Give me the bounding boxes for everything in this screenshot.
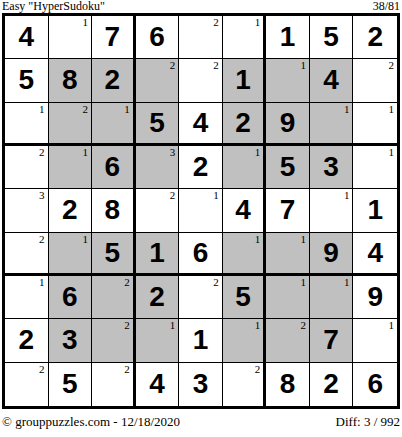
puzzle-page: Easy "HyperSudoku" 38/81 417621152582221…	[0, 0, 402, 437]
cell-r3c6: 2	[223, 103, 267, 146]
corner-hint: 1	[344, 189, 350, 202]
cell-r9c5: 3	[179, 363, 223, 406]
corner-hint: 1	[213, 189, 219, 202]
corner-hint: 2	[39, 233, 45, 246]
corner-hint: 1	[83, 16, 89, 29]
given-digit: 4	[179, 103, 222, 143]
given-digit: 2	[179, 146, 222, 188]
given-digit: 7	[92, 16, 133, 58]
corner-hint: 2	[124, 319, 130, 332]
difficulty-text: Diff: 3 / 992	[336, 414, 400, 429]
given-digit: 5	[5, 59, 48, 101]
cell-r9c8: 2	[310, 363, 354, 406]
given-digit: 6	[92, 146, 133, 188]
cell-r7c2: 6	[49, 276, 93, 319]
cell-r2c9[interactable]: 2	[353, 59, 397, 102]
cell-r4c6[interactable]: 1	[223, 146, 267, 189]
given-digit: 3	[310, 146, 353, 188]
cell-r1c7: 1	[266, 16, 310, 59]
cell-r8c4[interactable]: 1	[136, 319, 180, 362]
given-digit: 6	[179, 233, 222, 273]
cell-r1c1: 4	[5, 16, 49, 59]
cell-r8c8: 7	[310, 319, 354, 362]
cell-r3c1[interactable]: 1	[5, 103, 49, 146]
cell-r8c5: 1	[179, 319, 223, 362]
given-digit: 6	[353, 363, 397, 406]
given-digit: 2	[223, 103, 264, 143]
cell-r4c3: 6	[92, 146, 136, 189]
cell-r9c1[interactable]: 2	[5, 363, 49, 406]
corner-hint: 2	[83, 103, 89, 116]
given-digit: 5	[223, 276, 264, 318]
corner-hint: 3	[170, 146, 176, 159]
cell-r4c5: 2	[179, 146, 223, 189]
cell-r4c8: 3	[310, 146, 354, 189]
given-digit: 1	[179, 319, 222, 361]
cell-r8c7[interactable]: 2	[266, 319, 310, 362]
cell-r6c9: 4	[353, 233, 397, 276]
given-digit: 6	[136, 16, 179, 58]
cell-r7c6: 5	[223, 276, 267, 319]
corner-hint: 1	[344, 103, 350, 116]
cell-r6c3: 5	[92, 233, 136, 276]
cell-r1c6[interactable]: 1	[223, 16, 267, 59]
cell-r5c5[interactable]: 1	[179, 189, 223, 232]
copyright-text: © grouppuzzles.com - 12/18/2020	[2, 414, 180, 429]
cell-r2c3: 2	[92, 59, 136, 102]
sudoku-board: 4176211525822211421215429112163215313282…	[2, 13, 400, 409]
puzzle-title: Easy "HyperSudoku"	[2, 0, 105, 12]
cell-r6c8: 9	[310, 233, 354, 276]
cell-r2c8: 4	[310, 59, 354, 102]
given-digit: 1	[223, 59, 264, 101]
cell-r5c8[interactable]: 1	[310, 189, 354, 232]
corner-hint: 1	[255, 233, 261, 246]
given-digit: 2	[353, 16, 397, 58]
cell-r7c3[interactable]: 2	[92, 276, 136, 319]
cell-r3c7: 9	[266, 103, 310, 146]
given-digit: 5	[49, 363, 92, 406]
cell-r2c5[interactable]: 2	[179, 59, 223, 102]
cell-r7c9: 9	[353, 276, 397, 319]
cell-r1c2[interactable]: 1	[49, 16, 93, 59]
cell-r9c3[interactable]: 2	[92, 363, 136, 406]
cell-r2c1: 5	[5, 59, 49, 102]
corner-hint: 3	[39, 189, 45, 202]
cell-r8c2: 3	[49, 319, 93, 362]
given-digit: 5	[136, 103, 179, 143]
given-digit: 1	[353, 189, 397, 231]
corner-hint: 2	[300, 319, 306, 332]
page-header: Easy "HyperSudoku" 38/81	[2, 0, 400, 13]
corner-hint: 2	[213, 276, 219, 289]
cell-r3c3[interactable]: 1	[92, 103, 136, 146]
given-digit: 3	[179, 363, 222, 406]
corner-hint: 2	[39, 363, 45, 376]
cell-r6c7[interactable]: 1	[266, 233, 310, 276]
corner-hint: 2	[170, 59, 176, 72]
corner-hint: 2	[124, 363, 130, 376]
given-digit: 2	[310, 363, 353, 406]
corner-hint: 1	[255, 16, 261, 29]
cell-r3c8[interactable]: 1	[310, 103, 354, 146]
cell-r5c4[interactable]: 2	[136, 189, 180, 232]
cell-r5c3: 8	[92, 189, 136, 232]
corner-hint: 1	[344, 276, 350, 289]
corner-hint: 2	[170, 189, 176, 202]
corner-hint: 2	[389, 59, 395, 72]
cell-r1c3: 7	[92, 16, 136, 59]
corner-hint: 1	[124, 103, 130, 116]
given-digit: 4	[136, 363, 179, 406]
cell-r3c2[interactable]: 2	[49, 103, 93, 146]
corner-hint: 2	[39, 146, 45, 159]
given-digit: 5	[92, 233, 133, 273]
corner-hint: 1	[300, 59, 306, 72]
given-digit: 7	[266, 189, 309, 231]
given-digit: 5	[310, 16, 353, 58]
cell-r7c7[interactable]: 1	[266, 276, 310, 319]
given-digit: 9	[353, 276, 397, 318]
cell-r8c9[interactable]: 1	[353, 319, 397, 362]
cell-r9c6[interactable]: 2	[223, 363, 267, 406]
cell-r9c7: 8	[266, 363, 310, 406]
cell-r9c9: 6	[353, 363, 397, 406]
corner-hint: 2	[255, 363, 261, 376]
corner-hint: 2	[124, 276, 130, 289]
cell-r1c5[interactable]: 2	[179, 16, 223, 59]
cell-r1c4: 6	[136, 16, 180, 59]
cell-r2c4[interactable]: 2	[136, 59, 180, 102]
given-digit: 2	[136, 276, 179, 318]
cell-r5c2: 2	[49, 189, 93, 232]
cell-r8c6[interactable]: 1	[223, 319, 267, 362]
cell-r9c4: 4	[136, 363, 180, 406]
given-digit: 2	[49, 189, 92, 231]
cell-r2c6: 1	[223, 59, 267, 102]
given-digit: 6	[49, 276, 92, 318]
cell-r3c5: 4	[179, 103, 223, 146]
cell-r3c4: 5	[136, 103, 180, 146]
cell-r5c6: 4	[223, 189, 267, 232]
cell-r5c7: 7	[266, 189, 310, 232]
given-digit: 8	[92, 189, 133, 231]
corner-hint: 1	[39, 276, 45, 289]
cell-r3c9[interactable]: 1	[353, 103, 397, 146]
cell-r2c2: 8	[49, 59, 93, 102]
corner-hint: 2	[213, 16, 219, 29]
given-digit: 2	[5, 319, 48, 361]
corner-hint: 1	[389, 319, 395, 332]
given-digit: 8	[266, 363, 309, 406]
cell-r6c4: 1	[136, 233, 180, 276]
cell-r2c7[interactable]: 1	[266, 59, 310, 102]
given-digit: 7	[310, 319, 353, 361]
given-digit: 1	[136, 233, 179, 273]
cell-r8c3[interactable]: 2	[92, 319, 136, 362]
corner-hint: 1	[255, 146, 261, 159]
given-digit: 4	[5, 16, 48, 58]
corner-hint: 1	[39, 103, 45, 116]
corner-hint: 1	[170, 319, 176, 332]
given-digit: 9	[266, 103, 309, 143]
cell-r7c4: 2	[136, 276, 180, 319]
given-digit: 5	[266, 146, 309, 188]
cell-r6c2[interactable]: 1	[49, 233, 93, 276]
cell-r5c1[interactable]: 3	[5, 189, 49, 232]
given-digit: 1	[266, 16, 309, 58]
given-digit: 4	[223, 189, 264, 231]
cell-r9c2: 5	[49, 363, 93, 406]
given-cell-counter: 38/81	[373, 0, 400, 12]
cell-r7c1[interactable]: 1	[5, 276, 49, 319]
cell-r4c1[interactable]: 2	[5, 146, 49, 189]
cell-r6c6[interactable]: 1	[223, 233, 267, 276]
corner-hint: 1	[255, 319, 261, 332]
cell-r1c9: 2	[353, 16, 397, 59]
cell-r4c4[interactable]: 3	[136, 146, 180, 189]
given-digit: 2	[92, 59, 133, 101]
cell-r7c8[interactable]: 1	[310, 276, 354, 319]
cell-r5c9: 1	[353, 189, 397, 232]
given-digit: 8	[49, 59, 92, 101]
corner-hint: 1	[83, 146, 89, 159]
corner-hint: 1	[300, 276, 306, 289]
cell-r4c9[interactable]: 1	[353, 146, 397, 189]
cell-r4c7: 5	[266, 146, 310, 189]
given-digit: 9	[310, 233, 353, 273]
page-footer: © grouppuzzles.com - 12/18/2020 Diff: 3 …	[2, 414, 400, 429]
corner-hint: 1	[83, 233, 89, 246]
given-digit: 4	[310, 59, 353, 101]
cell-r6c1[interactable]: 2	[5, 233, 49, 276]
corner-hint: 1	[389, 146, 395, 159]
corner-hint: 1	[300, 233, 306, 246]
given-digit: 4	[353, 233, 397, 273]
given-digit: 3	[49, 319, 92, 361]
cell-r1c8: 5	[310, 16, 354, 59]
corner-hint: 2	[213, 59, 219, 72]
cell-r6c5: 6	[179, 233, 223, 276]
cell-r8c1: 2	[5, 319, 49, 362]
cell-r7c5[interactable]: 2	[179, 276, 223, 319]
corner-hint: 1	[389, 103, 395, 116]
cell-r4c2[interactable]: 1	[49, 146, 93, 189]
